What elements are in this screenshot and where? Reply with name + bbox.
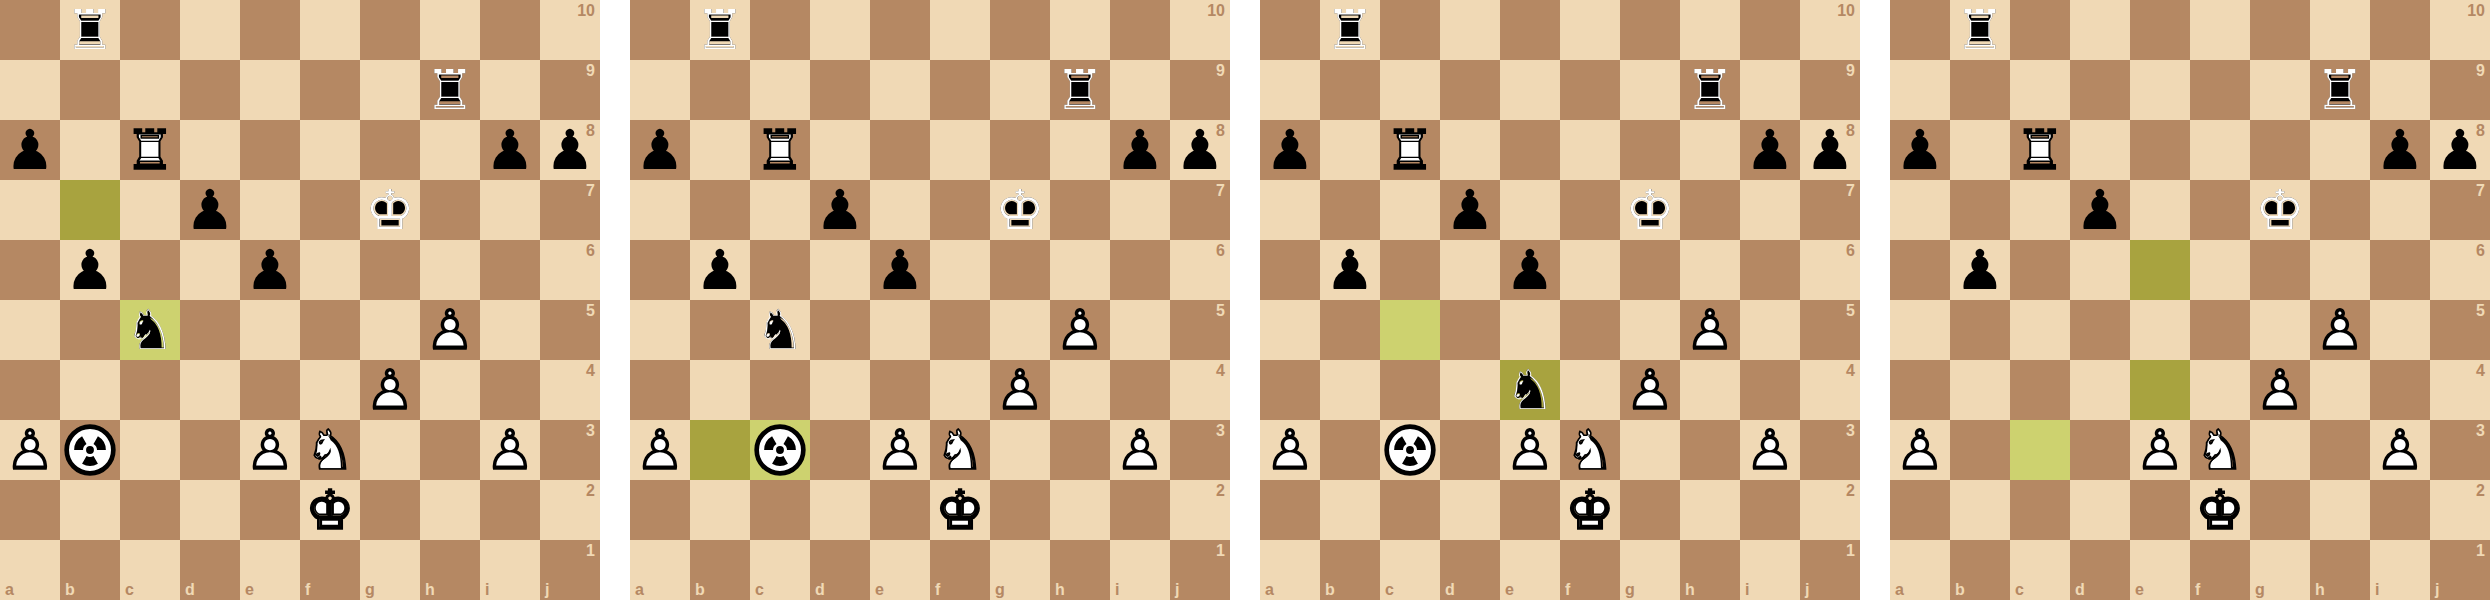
square-i7[interactable] [2370, 180, 2430, 240]
square-d3[interactable] [180, 420, 240, 480]
square-f9[interactable] [300, 60, 360, 120]
square-b4[interactable] [1320, 360, 1380, 420]
square-j6[interactable]: 6 [540, 240, 600, 300]
square-b6[interactable]: ♟ [1320, 240, 1380, 300]
square-h8[interactable] [420, 120, 480, 180]
square-a3[interactable]: ♟♙ [630, 420, 690, 480]
square-i6[interactable] [480, 240, 540, 300]
square-i8[interactable]: ♟ [480, 120, 540, 180]
square-i4[interactable] [1110, 360, 1170, 420]
square-a1[interactable]: a [630, 540, 690, 600]
square-c4[interactable] [120, 360, 180, 420]
square-h1[interactable]: h [420, 540, 480, 600]
square-h7[interactable] [1680, 180, 1740, 240]
square-c6[interactable] [1380, 240, 1440, 300]
square-g7[interactable]: ♚♔ [1620, 180, 1680, 240]
square-i8[interactable]: ♟ [2370, 120, 2430, 180]
square-j4[interactable]: 4 [2430, 360, 2490, 420]
square-j5[interactable]: 5 [1800, 300, 1860, 360]
square-c10[interactable] [2010, 0, 2070, 60]
square-a7[interactable] [0, 180, 60, 240]
square-d6[interactable] [180, 240, 240, 300]
square-j3[interactable]: 3 [2430, 420, 2490, 480]
square-e3[interactable]: ♟♙ [1500, 420, 1560, 480]
square-e1[interactable]: e [2130, 540, 2190, 600]
square-c2[interactable] [1380, 480, 1440, 540]
square-h2[interactable] [1680, 480, 1740, 540]
square-d9[interactable] [2070, 60, 2130, 120]
square-b7[interactable] [60, 180, 120, 240]
square-a7[interactable] [1260, 180, 1320, 240]
square-i2[interactable] [2370, 480, 2430, 540]
square-e4[interactable]: ♞♘ [1500, 360, 1560, 420]
square-b10[interactable]: ♜♖ [1320, 0, 1380, 60]
square-d2[interactable] [180, 480, 240, 540]
square-f3[interactable]: ♞♘ [2190, 420, 2250, 480]
square-d6[interactable] [2070, 240, 2130, 300]
square-c5[interactable] [2010, 300, 2070, 360]
square-d1[interactable]: d [2070, 540, 2130, 600]
square-j10[interactable]: 10 [1800, 0, 1860, 60]
square-a3[interactable]: ♟♙ [1260, 420, 1320, 480]
square-a5[interactable] [630, 300, 690, 360]
square-d8[interactable] [180, 120, 240, 180]
square-e8[interactable] [870, 120, 930, 180]
square-i5[interactable] [1740, 300, 1800, 360]
square-g7[interactable]: ♚♔ [990, 180, 1050, 240]
square-i4[interactable] [480, 360, 540, 420]
square-j2[interactable]: 2 [2430, 480, 2490, 540]
square-j5[interactable]: 5 [540, 300, 600, 360]
square-d7[interactable]: ♟ [810, 180, 870, 240]
square-g2[interactable] [1620, 480, 1680, 540]
square-b9[interactable] [690, 60, 750, 120]
square-h8[interactable] [1050, 120, 1110, 180]
square-j2[interactable]: 2 [1800, 480, 1860, 540]
square-f7[interactable] [300, 180, 360, 240]
square-j4[interactable]: 4 [1170, 360, 1230, 420]
square-b9[interactable] [1320, 60, 1380, 120]
square-c8[interactable]: ♜♖ [1380, 120, 1440, 180]
square-h3[interactable] [2310, 420, 2370, 480]
square-e2[interactable] [240, 480, 300, 540]
square-b6[interactable]: ♟ [1950, 240, 2010, 300]
square-a1[interactable]: a [1260, 540, 1320, 600]
square-i10[interactable] [480, 0, 540, 60]
square-f10[interactable] [930, 0, 990, 60]
square-a2[interactable] [630, 480, 690, 540]
square-g4[interactable]: ♟♙ [990, 360, 1050, 420]
square-b8[interactable] [60, 120, 120, 180]
square-b5[interactable] [690, 300, 750, 360]
square-c1[interactable]: c [750, 540, 810, 600]
square-d10[interactable] [2070, 0, 2130, 60]
square-j10[interactable]: 10 [540, 0, 600, 60]
square-c7[interactable] [750, 180, 810, 240]
square-i6[interactable] [1110, 240, 1170, 300]
square-b4[interactable] [1950, 360, 2010, 420]
square-d4[interactable] [2070, 360, 2130, 420]
square-g10[interactable] [2250, 0, 2310, 60]
square-j8[interactable]: ♟8 [1800, 120, 1860, 180]
square-a4[interactable] [0, 360, 60, 420]
square-j6[interactable]: 6 [2430, 240, 2490, 300]
square-f5[interactable] [930, 300, 990, 360]
square-f9[interactable] [930, 60, 990, 120]
square-g9[interactable] [990, 60, 1050, 120]
square-h6[interactable] [1050, 240, 1110, 300]
square-f4[interactable] [2190, 360, 2250, 420]
square-d7[interactable]: ♟ [180, 180, 240, 240]
square-g1[interactable]: g [2250, 540, 2310, 600]
square-a4[interactable] [1890, 360, 1950, 420]
square-i7[interactable] [1110, 180, 1170, 240]
square-c1[interactable]: c [120, 540, 180, 600]
square-g5[interactable] [1620, 300, 1680, 360]
square-i7[interactable] [480, 180, 540, 240]
square-b2[interactable] [60, 480, 120, 540]
square-b4[interactable] [690, 360, 750, 420]
square-a2[interactable] [1260, 480, 1320, 540]
square-i2[interactable] [1740, 480, 1800, 540]
square-a6[interactable] [0, 240, 60, 300]
square-b6[interactable]: ♟ [690, 240, 750, 300]
square-h9[interactable]: ♜♖ [2310, 60, 2370, 120]
square-g2[interactable] [360, 480, 420, 540]
square-f3[interactable]: ♞♘ [930, 420, 990, 480]
square-e9[interactable] [870, 60, 930, 120]
square-c3[interactable] [120, 420, 180, 480]
square-i1[interactable]: i [1110, 540, 1170, 600]
square-g10[interactable] [990, 0, 1050, 60]
square-i9[interactable] [480, 60, 540, 120]
square-a4[interactable] [1260, 360, 1320, 420]
square-c8[interactable]: ♜♖ [2010, 120, 2070, 180]
square-i3[interactable]: ♟♙ [2370, 420, 2430, 480]
square-b9[interactable] [60, 60, 120, 120]
square-h5[interactable]: ♟♙ [420, 300, 480, 360]
square-d3[interactable] [810, 420, 870, 480]
square-e8[interactable] [240, 120, 300, 180]
square-f10[interactable] [2190, 0, 2250, 60]
square-a6[interactable] [630, 240, 690, 300]
square-i3[interactable]: ♟♙ [480, 420, 540, 480]
square-a3[interactable]: ♟♙ [1890, 420, 1950, 480]
square-d1[interactable]: d [180, 540, 240, 600]
square-d6[interactable] [810, 240, 870, 300]
square-c9[interactable] [2010, 60, 2070, 120]
square-g5[interactable] [990, 300, 1050, 360]
square-f1[interactable]: f [300, 540, 360, 600]
square-d2[interactable] [810, 480, 870, 540]
square-f8[interactable] [2190, 120, 2250, 180]
square-b3[interactable] [60, 420, 120, 480]
square-i6[interactable] [1740, 240, 1800, 300]
square-d6[interactable] [1440, 240, 1500, 300]
square-h10[interactable] [2310, 0, 2370, 60]
square-j6[interactable]: 6 [1800, 240, 1860, 300]
square-g3[interactable] [2250, 420, 2310, 480]
square-g5[interactable] [360, 300, 420, 360]
square-j10[interactable]: 10 [1170, 0, 1230, 60]
square-g6[interactable] [990, 240, 1050, 300]
square-h4[interactable] [1050, 360, 1110, 420]
square-b8[interactable] [1320, 120, 1380, 180]
square-e6[interactable]: ♟ [1500, 240, 1560, 300]
square-h9[interactable]: ♜♖ [420, 60, 480, 120]
square-h10[interactable] [420, 0, 480, 60]
square-j7[interactable]: 7 [1800, 180, 1860, 240]
square-g1[interactable]: g [360, 540, 420, 600]
square-b5[interactable] [60, 300, 120, 360]
square-g2[interactable] [2250, 480, 2310, 540]
square-a5[interactable] [0, 300, 60, 360]
square-h8[interactable] [2310, 120, 2370, 180]
square-e9[interactable] [2130, 60, 2190, 120]
square-i3[interactable]: ♟♙ [1110, 420, 1170, 480]
square-f6[interactable] [1560, 240, 1620, 300]
square-b3[interactable] [1950, 420, 2010, 480]
square-a1[interactable]: a [1890, 540, 1950, 600]
square-c1[interactable]: c [1380, 540, 1440, 600]
square-c6[interactable] [750, 240, 810, 300]
square-b3[interactable] [1320, 420, 1380, 480]
square-d9[interactable] [1440, 60, 1500, 120]
square-c4[interactable] [750, 360, 810, 420]
square-j7[interactable]: 7 [2430, 180, 2490, 240]
square-g8[interactable] [1620, 120, 1680, 180]
square-b2[interactable] [690, 480, 750, 540]
square-d8[interactable] [810, 120, 870, 180]
square-d5[interactable] [1440, 300, 1500, 360]
square-e7[interactable] [240, 180, 300, 240]
square-b7[interactable] [690, 180, 750, 240]
square-i9[interactable] [2370, 60, 2430, 120]
square-c1[interactable]: c [2010, 540, 2070, 600]
square-e9[interactable] [240, 60, 300, 120]
square-b5[interactable] [1950, 300, 2010, 360]
square-a5[interactable] [1260, 300, 1320, 360]
square-g10[interactable] [360, 0, 420, 60]
square-j2[interactable]: 2 [1170, 480, 1230, 540]
square-g6[interactable] [1620, 240, 1680, 300]
square-d1[interactable]: d [1440, 540, 1500, 600]
square-c6[interactable] [120, 240, 180, 300]
square-h4[interactable] [420, 360, 480, 420]
square-c5[interactable]: ♞♘ [750, 300, 810, 360]
square-c10[interactable] [120, 0, 180, 60]
square-e7[interactable] [870, 180, 930, 240]
square-j10[interactable]: 10 [2430, 0, 2490, 60]
square-g7[interactable]: ♚♔ [360, 180, 420, 240]
square-c7[interactable] [2010, 180, 2070, 240]
square-j7[interactable]: 7 [1170, 180, 1230, 240]
square-g8[interactable] [990, 120, 1050, 180]
square-e6[interactable]: ♟ [240, 240, 300, 300]
square-f1[interactable]: f [2190, 540, 2250, 600]
square-d4[interactable] [810, 360, 870, 420]
square-i8[interactable]: ♟ [1740, 120, 1800, 180]
square-e1[interactable]: e [240, 540, 300, 600]
square-j5[interactable]: 5 [1170, 300, 1230, 360]
square-b10[interactable]: ♜♖ [1950, 0, 2010, 60]
square-a7[interactable] [1890, 180, 1950, 240]
square-i6[interactable] [2370, 240, 2430, 300]
square-g5[interactable] [2250, 300, 2310, 360]
square-e2[interactable] [1500, 480, 1560, 540]
square-d3[interactable] [1440, 420, 1500, 480]
square-b1[interactable]: b [690, 540, 750, 600]
square-f2[interactable]: ♚♔ [2190, 480, 2250, 540]
square-a7[interactable] [630, 180, 690, 240]
square-f1[interactable]: f [930, 540, 990, 600]
square-d7[interactable]: ♟ [2070, 180, 2130, 240]
square-b2[interactable] [1950, 480, 2010, 540]
square-g6[interactable] [2250, 240, 2310, 300]
square-e8[interactable] [1500, 120, 1560, 180]
square-b1[interactable]: b [1950, 540, 2010, 600]
square-j3[interactable]: 3 [1800, 420, 1860, 480]
square-h1[interactable]: h [1680, 540, 1740, 600]
square-e10[interactable] [870, 0, 930, 60]
square-a10[interactable] [1890, 0, 1950, 60]
square-a6[interactable] [1890, 240, 1950, 300]
square-i7[interactable] [1740, 180, 1800, 240]
square-i4[interactable] [1740, 360, 1800, 420]
square-c2[interactable] [2010, 480, 2070, 540]
square-d7[interactable]: ♟ [1440, 180, 1500, 240]
square-j3[interactable]: 3 [1170, 420, 1230, 480]
square-e4[interactable] [870, 360, 930, 420]
square-i9[interactable] [1740, 60, 1800, 120]
square-h1[interactable]: h [2310, 540, 2370, 600]
square-j9[interactable]: 9 [1170, 60, 1230, 120]
square-h9[interactable]: ♜♖ [1050, 60, 1110, 120]
square-f6[interactable] [930, 240, 990, 300]
square-i3[interactable]: ♟♙ [1740, 420, 1800, 480]
square-b5[interactable] [1320, 300, 1380, 360]
square-f7[interactable] [2190, 180, 2250, 240]
square-e6[interactable]: ♟ [870, 240, 930, 300]
square-a3[interactable]: ♟♙ [0, 420, 60, 480]
square-e10[interactable] [1500, 0, 1560, 60]
square-c3[interactable] [750, 420, 810, 480]
square-f8[interactable] [300, 120, 360, 180]
square-b7[interactable] [1320, 180, 1380, 240]
square-h6[interactable] [420, 240, 480, 300]
square-e7[interactable] [1500, 180, 1560, 240]
square-b8[interactable] [690, 120, 750, 180]
square-f1[interactable]: f [1560, 540, 1620, 600]
square-e3[interactable]: ♟♙ [870, 420, 930, 480]
square-c8[interactable]: ♜♖ [750, 120, 810, 180]
square-j8[interactable]: ♟8 [540, 120, 600, 180]
square-j4[interactable]: 4 [1800, 360, 1860, 420]
square-f10[interactable] [1560, 0, 1620, 60]
square-h2[interactable] [1050, 480, 1110, 540]
square-g2[interactable] [990, 480, 1050, 540]
square-d10[interactable] [810, 0, 870, 60]
square-e5[interactable] [240, 300, 300, 360]
square-g6[interactable] [360, 240, 420, 300]
square-h4[interactable] [1680, 360, 1740, 420]
square-i10[interactable] [2370, 0, 2430, 60]
square-h7[interactable] [420, 180, 480, 240]
square-c7[interactable] [120, 180, 180, 240]
square-d10[interactable] [1440, 0, 1500, 60]
square-f3[interactable]: ♞♘ [300, 420, 360, 480]
square-f4[interactable] [930, 360, 990, 420]
square-j2[interactable]: 2 [540, 480, 600, 540]
square-c3[interactable] [1380, 420, 1440, 480]
square-d9[interactable] [810, 60, 870, 120]
square-e4[interactable] [240, 360, 300, 420]
square-b10[interactable]: ♜♖ [690, 0, 750, 60]
square-d8[interactable] [2070, 120, 2130, 180]
square-g1[interactable]: g [990, 540, 1050, 600]
square-a9[interactable] [0, 60, 60, 120]
square-d5[interactable] [810, 300, 870, 360]
square-d9[interactable] [180, 60, 240, 120]
square-b8[interactable] [1950, 120, 2010, 180]
square-h3[interactable] [1680, 420, 1740, 480]
square-i5[interactable] [480, 300, 540, 360]
square-h8[interactable] [1680, 120, 1740, 180]
square-e2[interactable] [870, 480, 930, 540]
square-j8[interactable]: ♟8 [1170, 120, 1230, 180]
square-c3[interactable] [2010, 420, 2070, 480]
square-i2[interactable] [480, 480, 540, 540]
square-d4[interactable] [180, 360, 240, 420]
square-j7[interactable]: 7 [540, 180, 600, 240]
square-g10[interactable] [1620, 0, 1680, 60]
square-f4[interactable] [1560, 360, 1620, 420]
square-f7[interactable] [930, 180, 990, 240]
square-i8[interactable]: ♟ [1110, 120, 1170, 180]
square-e1[interactable]: e [1500, 540, 1560, 600]
square-a1[interactable]: a [0, 540, 60, 600]
square-f5[interactable] [2190, 300, 2250, 360]
square-b9[interactable] [1950, 60, 2010, 120]
square-h3[interactable] [420, 420, 480, 480]
square-e5[interactable] [1500, 300, 1560, 360]
square-g8[interactable] [360, 120, 420, 180]
square-h6[interactable] [1680, 240, 1740, 300]
square-a8[interactable]: ♟ [0, 120, 60, 180]
square-c2[interactable] [750, 480, 810, 540]
square-d5[interactable] [2070, 300, 2130, 360]
square-g3[interactable] [360, 420, 420, 480]
square-a2[interactable] [1890, 480, 1950, 540]
square-b6[interactable]: ♟ [60, 240, 120, 300]
square-h5[interactable]: ♟♙ [2310, 300, 2370, 360]
square-c5[interactable] [1380, 300, 1440, 360]
square-a9[interactable] [1260, 60, 1320, 120]
square-c5[interactable]: ♞♘ [120, 300, 180, 360]
square-a4[interactable] [630, 360, 690, 420]
square-f9[interactable] [1560, 60, 1620, 120]
square-b2[interactable] [1320, 480, 1380, 540]
square-j6[interactable]: 6 [1170, 240, 1230, 300]
square-j1[interactable]: 1j [1170, 540, 1230, 600]
square-h3[interactable] [1050, 420, 1110, 480]
square-a9[interactable] [630, 60, 690, 120]
square-g7[interactable]: ♚♔ [2250, 180, 2310, 240]
square-i9[interactable] [1110, 60, 1170, 120]
square-b10[interactable]: ♜♖ [60, 0, 120, 60]
square-d8[interactable] [1440, 120, 1500, 180]
square-i10[interactable] [1740, 0, 1800, 60]
